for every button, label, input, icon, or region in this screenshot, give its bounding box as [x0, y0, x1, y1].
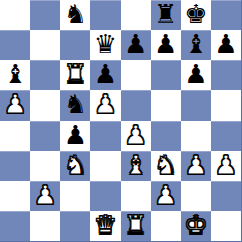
square-b8[interactable] [30, 0, 60, 30]
black-queen: ♛ [94, 31, 117, 57]
square-b2[interactable]: ♟ [30, 181, 60, 211]
square-c1[interactable] [60, 211, 90, 241]
white-king: ♚ [184, 212, 207, 238]
square-c6[interactable]: ♜ [60, 60, 90, 90]
white-rook: ♜ [64, 61, 87, 87]
white-knight: ♞ [154, 152, 177, 178]
square-h4[interactable] [211, 121, 241, 151]
square-e5[interactable] [121, 90, 151, 120]
square-g8[interactable]: ♚ [181, 0, 211, 30]
white-queen: ♛ [94, 212, 117, 238]
square-c5[interactable]: ♞ [60, 90, 90, 120]
square-e4[interactable]: ♟ [121, 121, 151, 151]
square-f8[interactable]: ♜ [151, 0, 181, 30]
black-king: ♚ [184, 1, 207, 27]
white-pawn: ♟ [124, 122, 147, 148]
square-h5[interactable] [211, 90, 241, 120]
square-a8[interactable] [0, 0, 30, 30]
square-b3[interactable] [30, 151, 60, 181]
square-h1[interactable] [211, 211, 241, 241]
square-b1[interactable] [30, 211, 60, 241]
black-bishop: ♝ [3, 61, 26, 87]
square-c3[interactable]: ♞ [60, 151, 90, 181]
square-d7[interactable]: ♛ [90, 30, 120, 60]
white-pawn: ♟ [3, 91, 26, 117]
black-pawn: ♟ [184, 61, 207, 87]
square-h2[interactable] [211, 181, 241, 211]
black-pawn: ♟ [154, 31, 177, 57]
square-e6[interactable] [121, 60, 151, 90]
black-pawn: ♟ [94, 61, 117, 87]
square-f1[interactable] [151, 211, 181, 241]
square-e8[interactable] [121, 0, 151, 30]
square-c8[interactable]: ♞ [60, 0, 90, 30]
white-pawn: ♟ [154, 182, 177, 208]
square-f4[interactable] [151, 121, 181, 151]
square-h7[interactable]: ♟ [211, 30, 241, 60]
square-f3[interactable]: ♞ [151, 151, 181, 181]
square-f7[interactable]: ♟ [151, 30, 181, 60]
square-e1[interactable]: ♜ [121, 211, 151, 241]
square-g6[interactable]: ♟ [181, 60, 211, 90]
square-d1[interactable]: ♛ [90, 211, 120, 241]
square-a2[interactable] [0, 181, 30, 211]
square-b7[interactable] [30, 30, 60, 60]
square-d3[interactable] [90, 151, 120, 181]
white-pawn: ♟ [214, 152, 237, 178]
black-pawn: ♟ [64, 122, 87, 148]
white-bishop: ♝ [124, 152, 147, 178]
square-h8[interactable] [211, 0, 241, 30]
square-f2[interactable]: ♟ [151, 181, 181, 211]
black-rook: ♜ [154, 1, 177, 27]
square-f5[interactable] [151, 90, 181, 120]
square-g5[interactable] [181, 90, 211, 120]
square-h3[interactable]: ♟ [211, 151, 241, 181]
square-b4[interactable] [30, 121, 60, 151]
square-b6[interactable] [30, 60, 60, 90]
square-h6[interactable] [211, 60, 241, 90]
square-g4[interactable] [181, 121, 211, 151]
white-pawn: ♟ [34, 182, 57, 208]
square-a4[interactable] [0, 121, 30, 151]
square-g3[interactable]: ♟ [181, 151, 211, 181]
square-a5[interactable]: ♟ [0, 90, 30, 120]
square-e2[interactable] [121, 181, 151, 211]
white-rook: ♜ [124, 212, 147, 238]
square-g7[interactable]: ♝ [181, 30, 211, 60]
black-knight: ♞ [64, 91, 87, 117]
square-c2[interactable] [60, 181, 90, 211]
square-g2[interactable] [181, 181, 211, 211]
square-b5[interactable] [30, 90, 60, 120]
square-a6[interactable]: ♝ [0, 60, 30, 90]
black-pawn: ♟ [214, 31, 237, 57]
square-d4[interactable] [90, 121, 120, 151]
black-pawn: ♟ [124, 31, 147, 57]
square-d8[interactable] [90, 0, 120, 30]
square-c4[interactable]: ♟ [60, 121, 90, 151]
square-c7[interactable] [60, 30, 90, 60]
square-d2[interactable] [90, 181, 120, 211]
square-d5[interactable]: ♟ [90, 90, 120, 120]
square-g1[interactable]: ♚ [181, 211, 211, 241]
square-a1[interactable] [0, 211, 30, 241]
white-pawn: ♟ [94, 91, 117, 117]
square-e3[interactable]: ♝ [121, 151, 151, 181]
square-d6[interactable]: ♟ [90, 60, 120, 90]
black-knight: ♞ [64, 1, 87, 27]
square-f6[interactable] [151, 60, 181, 90]
black-bishop: ♝ [184, 31, 207, 57]
square-a7[interactable] [0, 30, 30, 60]
square-a3[interactable] [0, 151, 30, 181]
square-e7[interactable]: ♟ [121, 30, 151, 60]
white-pawn: ♟ [184, 152, 207, 178]
white-knight: ♞ [64, 152, 87, 178]
chess-board: ♞♜♚♛♟♟♝♟♝♜♟♟♟♞♟♟♟♞♝♞♟♟♟♟♛♜♚ [0, 0, 242, 242]
